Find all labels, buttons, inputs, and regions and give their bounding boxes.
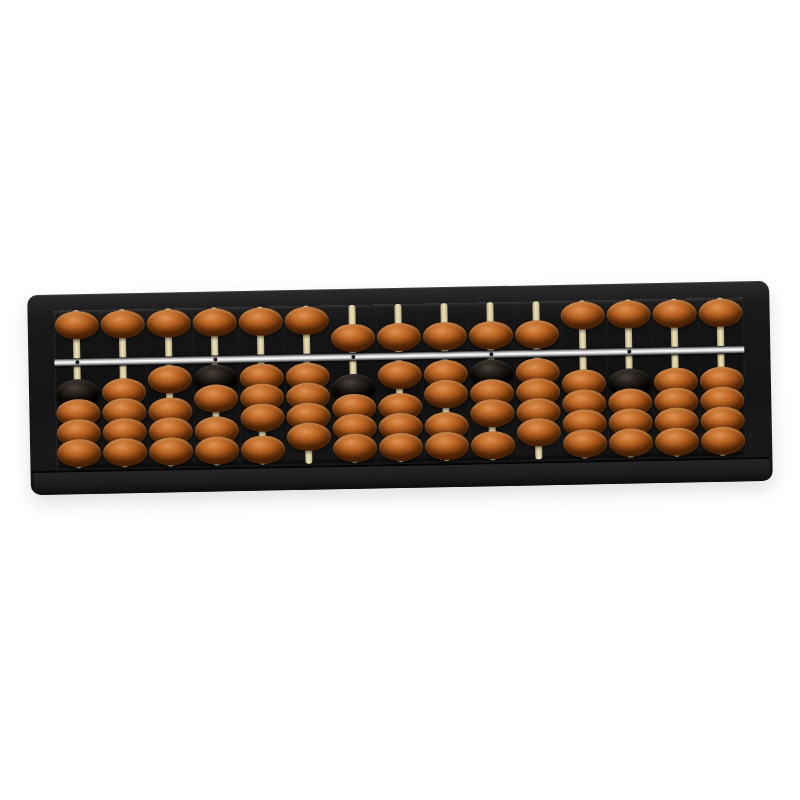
rod-13-earth-bead-4[interactable] (609, 428, 654, 457)
rod-10-heaven-bead[interactable] (469, 321, 514, 350)
rod-14-earth-bead-4[interactable] (655, 427, 700, 456)
rod-4-earth-bead-4[interactable] (195, 436, 240, 465)
rod-4 (191, 307, 240, 466)
rod-8-earth-bead-1[interactable] (377, 361, 422, 390)
beam-unit-dot-rod-7 (351, 355, 355, 359)
rod-13-heaven-bead[interactable] (606, 300, 651, 329)
rod-5-earth-bead-3[interactable] (240, 403, 285, 432)
rod-15-heaven-bead[interactable] (698, 298, 743, 327)
rod-1 (53, 310, 102, 469)
rod-10 (467, 302, 516, 461)
abacus-frame (27, 281, 773, 495)
rod-12-heaven-bead[interactable] (560, 301, 605, 330)
rod-6-earth-bead-4[interactable] (287, 422, 332, 451)
rod-3-earth-bead-1[interactable] (148, 365, 193, 394)
rod-1-heaven-bead[interactable] (54, 311, 99, 340)
rod-15-earth-bead-4[interactable] (701, 426, 746, 455)
bead-field (53, 297, 746, 468)
rod-12-earth-bead-4[interactable] (563, 429, 608, 458)
rod-5-heaven-bead[interactable] (238, 307, 283, 336)
rod-3-heaven-bead[interactable] (146, 309, 191, 338)
product-photo-background (0, 0, 800, 800)
rod-14 (651, 298, 700, 457)
rod-9 (421, 303, 470, 462)
rod-3 (145, 308, 194, 467)
rod-1-earth-bead-4[interactable] (57, 439, 102, 468)
rod-13 (605, 299, 654, 458)
rod-2-heaven-bead[interactable] (100, 310, 145, 339)
rod-9-heaven-bead[interactable] (423, 322, 468, 351)
rod-5-earth-bead-4[interactable] (241, 435, 286, 464)
rod-6 (283, 305, 332, 464)
soroban-abacus (27, 281, 773, 495)
rod-7 (329, 304, 378, 463)
beam-unit-dot-rod-10 (489, 352, 493, 356)
rod-8-earth-bead-4[interactable] (379, 433, 424, 462)
rod-2 (99, 309, 148, 468)
rod-11-heaven-bead[interactable] (515, 320, 560, 349)
rod-12 (559, 300, 608, 459)
rod-4-earth-bead-2[interactable] (194, 384, 239, 413)
rod-11 (513, 301, 562, 460)
rod-2-earth-bead-4[interactable] (103, 438, 148, 467)
rod-7-earth-bead-4[interactable] (333, 433, 378, 462)
rod-10-earth-bead-4[interactable] (471, 431, 516, 460)
rod-14-heaven-bead[interactable] (652, 299, 697, 328)
rod-8 (375, 304, 424, 463)
rod-9-earth-bead-2[interactable] (424, 380, 469, 409)
rod-4-heaven-bead[interactable] (192, 308, 237, 337)
rod-8-heaven-bead[interactable] (377, 323, 422, 352)
rod-6-heaven-bead[interactable] (284, 306, 329, 335)
beam-unit-dot-rod-4 (213, 358, 217, 362)
rod-10-earth-bead-3[interactable] (470, 399, 515, 428)
rod-7-heaven-bead[interactable] (331, 323, 376, 352)
rod-5 (237, 306, 286, 465)
rod-9-earth-bead-4[interactable] (425, 432, 470, 461)
rod-15 (697, 297, 746, 456)
beam-unit-dot-rod-13 (627, 350, 631, 354)
rod-grid (53, 297, 746, 468)
rod-3-earth-bead-4[interactable] (149, 437, 194, 466)
rod-11-earth-bead-4[interactable] (517, 418, 562, 447)
beam-unit-dot-rod-1 (75, 360, 79, 364)
